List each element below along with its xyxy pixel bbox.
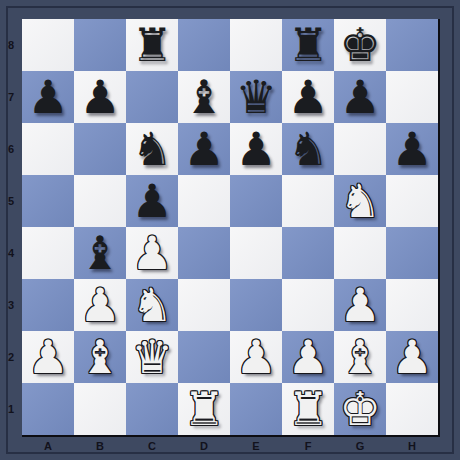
square-e7[interactable]: ♛ (230, 71, 282, 123)
square-d2[interactable] (178, 331, 230, 383)
square-c3[interactable]: ♞ (126, 279, 178, 331)
square-e5[interactable] (230, 175, 282, 227)
square-f1[interactable]: ♜ (282, 383, 334, 435)
square-g6[interactable] (334, 123, 386, 175)
square-b6[interactable] (74, 123, 126, 175)
square-f4[interactable] (282, 227, 334, 279)
file-label-a: A (22, 438, 74, 454)
square-c8[interactable]: ♜ (126, 19, 178, 71)
rank-label-2: 2 (0, 331, 22, 383)
square-d5[interactable] (178, 175, 230, 227)
square-d6[interactable]: ♟ (178, 123, 230, 175)
square-b2[interactable]: ♝ (74, 331, 126, 383)
black-pawn[interactable]: ♟ (183, 123, 224, 175)
square-a4[interactable] (22, 227, 74, 279)
square-d8[interactable] (178, 19, 230, 71)
rank-label-8: 8 (0, 19, 22, 71)
rank-label-1: 1 (0, 383, 22, 435)
white-knight[interactable]: ♞ (131, 279, 172, 331)
white-rook[interactable]: ♜ (183, 383, 224, 435)
rank-label-3: 3 (0, 279, 22, 331)
black-bishop[interactable]: ♝ (183, 71, 224, 123)
square-h8[interactable] (386, 19, 438, 71)
square-h7[interactable] (386, 71, 438, 123)
black-pawn[interactable]: ♟ (391, 123, 432, 175)
square-b5[interactable] (74, 175, 126, 227)
square-h1[interactable] (386, 383, 438, 435)
chess-board: ♜♜♚♟♟♝♛♟♟♞♟♟♞♟♟♞♝♟♟♞♟♟♝♛♟♟♝♟♜♜♚ (22, 19, 440, 437)
file-label-h: H (386, 438, 438, 454)
square-b1[interactable] (74, 383, 126, 435)
black-queen[interactable]: ♛ (235, 71, 276, 123)
square-a8[interactable] (22, 19, 74, 71)
square-c5[interactable]: ♟ (126, 175, 178, 227)
white-king[interactable]: ♚ (339, 383, 380, 435)
square-c4[interactable]: ♟ (126, 227, 178, 279)
black-rook[interactable]: ♜ (131, 19, 172, 71)
rank-label-6: 6 (0, 123, 22, 175)
square-e2[interactable]: ♟ (230, 331, 282, 383)
square-h3[interactable] (386, 279, 438, 331)
white-pawn[interactable]: ♟ (391, 331, 432, 383)
square-b8[interactable] (74, 19, 126, 71)
black-pawn[interactable]: ♟ (79, 71, 120, 123)
square-g1[interactable]: ♚ (334, 383, 386, 435)
rank-label-7: 7 (0, 71, 22, 123)
white-queen[interactable]: ♛ (131, 331, 172, 383)
square-e6[interactable]: ♟ (230, 123, 282, 175)
black-pawn[interactable]: ♟ (287, 71, 328, 123)
square-g5[interactable]: ♞ (334, 175, 386, 227)
square-c6[interactable]: ♞ (126, 123, 178, 175)
square-f2[interactable]: ♟ (282, 331, 334, 383)
square-a7[interactable]: ♟ (22, 71, 74, 123)
white-knight[interactable]: ♞ (339, 175, 380, 227)
rank-label-5: 5 (0, 175, 22, 227)
square-d4[interactable] (178, 227, 230, 279)
square-g7[interactable]: ♟ (334, 71, 386, 123)
file-label-e: E (230, 438, 282, 454)
white-pawn[interactable]: ♟ (79, 279, 120, 331)
square-e4[interactable] (230, 227, 282, 279)
square-f3[interactable] (282, 279, 334, 331)
white-pawn[interactable]: ♟ (339, 279, 380, 331)
square-c1[interactable] (126, 383, 178, 435)
rank-labels: 87654321 (0, 19, 22, 435)
square-d3[interactable] (178, 279, 230, 331)
square-h2[interactable]: ♟ (386, 331, 438, 383)
square-b4[interactable]: ♝ (74, 227, 126, 279)
square-a3[interactable] (22, 279, 74, 331)
white-rook[interactable]: ♜ (287, 383, 328, 435)
square-h5[interactable] (386, 175, 438, 227)
square-e1[interactable] (230, 383, 282, 435)
square-e3[interactable] (230, 279, 282, 331)
file-label-f: F (282, 438, 334, 454)
square-d7[interactable]: ♝ (178, 71, 230, 123)
square-h6[interactable]: ♟ (386, 123, 438, 175)
white-pawn[interactable]: ♟ (287, 331, 328, 383)
square-c2[interactable]: ♛ (126, 331, 178, 383)
file-labels: ABCDEFGH (22, 438, 438, 454)
file-label-g: G (334, 438, 386, 454)
square-a2[interactable]: ♟ (22, 331, 74, 383)
black-pawn[interactable]: ♟ (339, 71, 380, 123)
square-h4[interactable] (386, 227, 438, 279)
black-king[interactable]: ♚ (339, 19, 380, 71)
square-b7[interactable]: ♟ (74, 71, 126, 123)
square-f6[interactable]: ♞ (282, 123, 334, 175)
black-bishop[interactable]: ♝ (79, 227, 120, 279)
square-c7[interactable] (126, 71, 178, 123)
file-label-d: D (178, 438, 230, 454)
square-f7[interactable]: ♟ (282, 71, 334, 123)
rank-label-4: 4 (0, 227, 22, 279)
square-a6[interactable] (22, 123, 74, 175)
square-d1[interactable]: ♜ (178, 383, 230, 435)
square-g4[interactable] (334, 227, 386, 279)
white-pawn[interactable]: ♟ (131, 227, 172, 279)
square-e8[interactable] (230, 19, 282, 71)
black-pawn[interactable]: ♟ (27, 71, 68, 123)
black-pawn[interactable]: ♟ (235, 123, 276, 175)
square-a1[interactable] (22, 383, 74, 435)
file-label-b: B (74, 438, 126, 454)
black-knight[interactable]: ♞ (287, 123, 328, 175)
square-f5[interactable] (282, 175, 334, 227)
square-b3[interactable]: ♟ (74, 279, 126, 331)
chess-diagram: 87654321 ABCDEFGH ♜♜♚♟♟♝♛♟♟♞♟♟♞♟♟♞♝♟♟♞♟♟… (0, 0, 460, 460)
file-label-c: C (126, 438, 178, 454)
white-bishop[interactable]: ♝ (79, 331, 120, 383)
white-pawn[interactable]: ♟ (235, 331, 276, 383)
black-pawn[interactable]: ♟ (131, 175, 172, 227)
square-g8[interactable]: ♚ (334, 19, 386, 71)
square-g2[interactable]: ♝ (334, 331, 386, 383)
white-bishop[interactable]: ♝ (339, 331, 380, 383)
white-pawn[interactable]: ♟ (27, 331, 68, 383)
square-f8[interactable]: ♜ (282, 19, 334, 71)
black-knight[interactable]: ♞ (131, 123, 172, 175)
square-a5[interactable] (22, 175, 74, 227)
square-g3[interactable]: ♟ (334, 279, 386, 331)
black-rook[interactable]: ♜ (287, 19, 328, 71)
